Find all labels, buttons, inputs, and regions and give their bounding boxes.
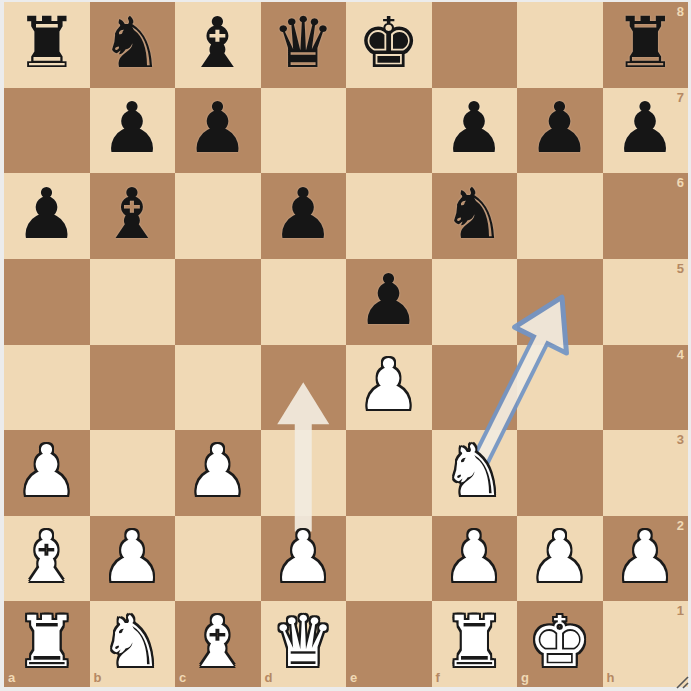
- square-h8[interactable]: ♜8: [603, 2, 689, 88]
- piece-white-bishop[interactable]: ♝: [175, 601, 261, 687]
- piece-white-rook[interactable]: ♜: [432, 601, 518, 687]
- coord-rank-3: 3: [677, 433, 684, 446]
- square-f7[interactable]: ♟: [432, 88, 518, 174]
- square-a8[interactable]: ♜: [4, 2, 90, 88]
- piece-white-queen[interactable]: ♛: [261, 601, 347, 687]
- piece-black-knight[interactable]: ♞: [90, 2, 176, 88]
- square-a2[interactable]: ♝: [4, 516, 90, 602]
- piece-white-knight[interactable]: ♞: [90, 601, 176, 687]
- square-h4[interactable]: 4: [603, 345, 689, 431]
- piece-white-rook[interactable]: ♜: [4, 601, 90, 687]
- square-f1[interactable]: ♜f: [432, 601, 518, 687]
- square-g1[interactable]: ♚g: [517, 601, 603, 687]
- square-c2[interactable]: [175, 516, 261, 602]
- square-b4[interactable]: [90, 345, 176, 431]
- piece-black-pawn[interactable]: ♟: [90, 88, 176, 174]
- square-h2[interactable]: ♟2: [603, 516, 689, 602]
- square-f3[interactable]: ♞: [432, 430, 518, 516]
- chess-board: ♜♞♝♛♚♜8♟♟♟♟♟7♟♝♟♞6♟5♟4♟♟♞3♝♟♟♟♟♟2♜a♞b♝c♛…: [4, 2, 688, 687]
- square-c1[interactable]: ♝c: [175, 601, 261, 687]
- piece-black-rook[interactable]: ♜: [4, 2, 90, 88]
- square-b1[interactable]: ♞b: [90, 601, 176, 687]
- square-b3[interactable]: [90, 430, 176, 516]
- piece-white-pawn[interactable]: ♟: [4, 430, 90, 516]
- square-h6[interactable]: 6: [603, 173, 689, 259]
- piece-black-pawn[interactable]: ♟: [432, 88, 518, 174]
- coord-rank-1: 1: [677, 604, 684, 617]
- piece-black-pawn[interactable]: ♟: [261, 173, 347, 259]
- piece-black-pawn[interactable]: ♟: [4, 173, 90, 259]
- piece-white-pawn[interactable]: ♟: [261, 516, 347, 602]
- piece-white-pawn[interactable]: ♟: [175, 430, 261, 516]
- piece-black-pawn[interactable]: ♟: [517, 88, 603, 174]
- square-d7[interactable]: [261, 88, 347, 174]
- coord-file-h: h: [607, 671, 615, 684]
- square-c6[interactable]: [175, 173, 261, 259]
- square-c3[interactable]: ♟: [175, 430, 261, 516]
- square-d3[interactable]: [261, 430, 347, 516]
- square-c7[interactable]: ♟: [175, 88, 261, 174]
- square-b6[interactable]: ♝: [90, 173, 176, 259]
- square-d2[interactable]: ♟: [261, 516, 347, 602]
- square-g4[interactable]: [517, 345, 603, 431]
- square-g5[interactable]: [517, 259, 603, 345]
- piece-white-pawn[interactable]: ♟: [603, 516, 689, 602]
- square-a5[interactable]: [4, 259, 90, 345]
- square-f5[interactable]: [432, 259, 518, 345]
- square-f4[interactable]: [432, 345, 518, 431]
- square-e2[interactable]: [346, 516, 432, 602]
- piece-white-bishop[interactable]: ♝: [4, 516, 90, 602]
- square-h7[interactable]: ♟7: [603, 88, 689, 174]
- square-a3[interactable]: ♟: [4, 430, 90, 516]
- square-c5[interactable]: [175, 259, 261, 345]
- square-g3[interactable]: [517, 430, 603, 516]
- piece-white-pawn[interactable]: ♟: [346, 345, 432, 431]
- square-d8[interactable]: ♛: [261, 2, 347, 88]
- square-c4[interactable]: [175, 345, 261, 431]
- square-e1[interactable]: e: [346, 601, 432, 687]
- square-f8[interactable]: [432, 2, 518, 88]
- square-e4[interactable]: ♟: [346, 345, 432, 431]
- piece-white-pawn[interactable]: ♟: [517, 516, 603, 602]
- square-e6[interactable]: [346, 173, 432, 259]
- piece-black-pawn[interactable]: ♟: [175, 88, 261, 174]
- square-h3[interactable]: 3: [603, 430, 689, 516]
- board-resize-grip-icon[interactable]: [675, 675, 690, 690]
- piece-black-knight[interactable]: ♞: [432, 173, 518, 259]
- chess-board-page: ♜♞♝♛♚♜8♟♟♟♟♟7♟♝♟♞6♟5♟4♟♟♞3♝♟♟♟♟♟2♜a♞b♝c♛…: [0, 0, 691, 691]
- square-a6[interactable]: ♟: [4, 173, 90, 259]
- square-h5[interactable]: 5: [603, 259, 689, 345]
- coord-rank-5: 5: [677, 262, 684, 275]
- square-a1[interactable]: ♜a: [4, 601, 90, 687]
- square-d4[interactable]: [261, 345, 347, 431]
- square-f2[interactable]: ♟: [432, 516, 518, 602]
- piece-black-queen[interactable]: ♛: [261, 2, 347, 88]
- piece-black-bishop[interactable]: ♝: [175, 2, 261, 88]
- square-e7[interactable]: [346, 88, 432, 174]
- square-d6[interactable]: ♟: [261, 173, 347, 259]
- square-e5[interactable]: ♟: [346, 259, 432, 345]
- square-g2[interactable]: ♟: [517, 516, 603, 602]
- square-g7[interactable]: ♟: [517, 88, 603, 174]
- piece-white-king[interactable]: ♚: [517, 601, 603, 687]
- square-d5[interactable]: [261, 259, 347, 345]
- piece-white-knight[interactable]: ♞: [432, 430, 518, 516]
- square-e3[interactable]: [346, 430, 432, 516]
- square-f6[interactable]: ♞: [432, 173, 518, 259]
- square-d1[interactable]: ♛d: [261, 601, 347, 687]
- piece-black-king[interactable]: ♚: [346, 2, 432, 88]
- coord-rank-4: 4: [677, 348, 684, 361]
- square-a7[interactable]: [4, 88, 90, 174]
- square-b8[interactable]: ♞: [90, 2, 176, 88]
- square-g6[interactable]: [517, 173, 603, 259]
- piece-black-bishop[interactable]: ♝: [90, 173, 176, 259]
- coord-file-e: e: [350, 671, 357, 684]
- piece-black-pawn[interactable]: ♟: [603, 88, 689, 174]
- square-e8[interactable]: ♚: [346, 2, 432, 88]
- square-a4[interactable]: [4, 345, 90, 431]
- piece-white-pawn[interactable]: ♟: [432, 516, 518, 602]
- square-g8[interactable]: [517, 2, 603, 88]
- piece-black-rook[interactable]: ♜: [603, 2, 689, 88]
- coord-rank-6: 6: [677, 176, 684, 189]
- square-b2[interactable]: ♟: [90, 516, 176, 602]
- square-c8[interactable]: ♝: [175, 2, 261, 88]
- piece-black-pawn[interactable]: ♟: [346, 259, 432, 345]
- square-b5[interactable]: [90, 259, 176, 345]
- piece-white-pawn[interactable]: ♟: [90, 516, 176, 602]
- square-b7[interactable]: ♟: [90, 88, 176, 174]
